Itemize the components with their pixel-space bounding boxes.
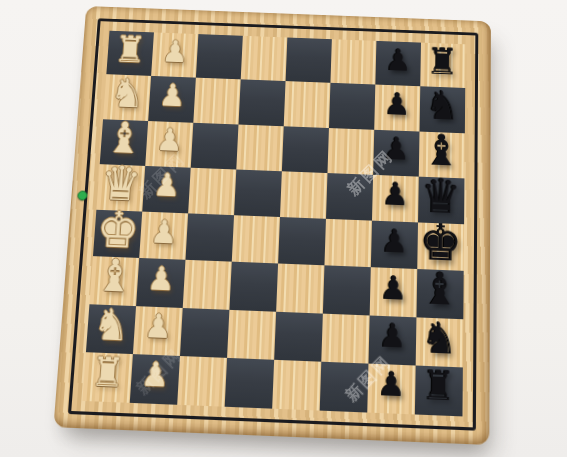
square-g3[interactable] [180, 307, 229, 357]
piece-white-pawn[interactable]: ♟ [140, 358, 170, 393]
piece-white-pawn[interactable]: ♟ [158, 80, 186, 111]
square-d4[interactable] [234, 169, 282, 217]
square-c6[interactable] [327, 128, 374, 175]
piece-white-bishop[interactable]: ♝ [95, 254, 135, 300]
photo-scene: ♜♟♟♜♞♟♟♞♝♟♟♝♛♟♟♛♚♟♟♚♝♟♟♝♞♟♟♞♜♟♟♜ 新图网 新图网… [0, 0, 567, 457]
piece-white-pawn[interactable]: ♟ [147, 262, 176, 296]
square-e3[interactable] [185, 213, 234, 262]
square-b4[interactable] [239, 80, 286, 126]
square-b5[interactable] [284, 81, 331, 127]
piece-black-pawn[interactable]: ♟ [383, 133, 410, 165]
square-a7[interactable]: ♟ [375, 41, 421, 87]
square-f7[interactable]: ♟ [370, 267, 418, 316]
square-c5[interactable] [282, 126, 329, 173]
piece-white-pawn[interactable]: ♟ [143, 309, 172, 343]
square-b3[interactable] [193, 78, 240, 124]
piece-black-pawn[interactable]: ♟ [384, 88, 411, 120]
piece-white-king[interactable]: ♚ [95, 204, 141, 256]
chess-board: ♜♟♟♜♞♟♟♞♝♟♟♝♛♟♟♛♚♟♟♚♝♟♟♝♞♟♟♞♜♟♟♜ [53, 6, 490, 445]
square-h8[interactable]: ♜ [415, 365, 463, 416]
square-a4[interactable] [241, 36, 288, 81]
square-f3[interactable] [183, 260, 232, 309]
piece-white-knight[interactable]: ♞ [109, 73, 146, 114]
square-h1[interactable]: ♜ [82, 352, 133, 403]
square-f8[interactable]: ♝ [416, 269, 463, 318]
piece-white-bishop[interactable]: ♝ [105, 117, 144, 161]
square-h2[interactable]: ♟ [130, 354, 180, 405]
square-h6[interactable] [320, 361, 369, 412]
square-f6[interactable] [323, 266, 371, 315]
square-c2[interactable]: ♟ [145, 121, 193, 168]
piece-black-pawn[interactable]: ♟ [385, 44, 412, 75]
square-a2[interactable]: ♟ [151, 32, 198, 77]
square-h3[interactable] [177, 356, 227, 407]
square-a6[interactable] [330, 39, 376, 85]
square-c7[interactable]: ♟ [373, 129, 419, 176]
piece-black-pawn[interactable]: ♟ [377, 367, 405, 402]
square-g2[interactable]: ♟ [133, 306, 183, 356]
piece-black-rook[interactable]: ♜ [422, 366, 456, 408]
piece-black-pawn[interactable]: ♟ [379, 319, 407, 353]
square-e6[interactable] [324, 219, 372, 268]
square-e2[interactable]: ♟ [139, 212, 188, 260]
square-g5[interactable] [274, 311, 323, 361]
square-e5[interactable] [278, 217, 326, 266]
square-g8[interactable]: ♞ [416, 317, 464, 367]
square-h5[interactable] [272, 360, 321, 411]
square-d7[interactable]: ♟ [372, 175, 419, 223]
board-frame: ♜♟♟♜♞♟♟♞♝♟♟♝♛♟♟♛♚♟♟♚♝♟♟♝♞♟♟♞♜♟♟♜ [53, 6, 490, 445]
piece-black-pawn[interactable]: ♟ [380, 271, 408, 305]
piece-white-pawn[interactable]: ♟ [155, 124, 183, 156]
square-f2[interactable]: ♟ [136, 258, 185, 307]
square-d5[interactable] [280, 171, 327, 219]
piece-white-pawn[interactable]: ♟ [152, 169, 181, 201]
piece-white-knight[interactable]: ♞ [92, 303, 131, 347]
square-d6[interactable] [326, 173, 373, 221]
square-c4[interactable] [236, 124, 283, 171]
square-f1[interactable]: ♝ [89, 256, 139, 305]
square-g7[interactable]: ♟ [368, 315, 416, 365]
piece-black-bishop[interactable]: ♝ [423, 129, 460, 173]
square-f5[interactable] [276, 264, 324, 313]
piece-white-pawn[interactable]: ♟ [161, 36, 189, 67]
piece-white-rook[interactable]: ♜ [90, 352, 126, 394]
square-h4[interactable] [225, 358, 275, 409]
square-g6[interactable] [321, 313, 369, 363]
square-d3[interactable] [188, 167, 236, 215]
square-c3[interactable] [191, 122, 239, 169]
square-a3[interactable] [196, 34, 243, 79]
piece-black-knight[interactable]: ♞ [425, 85, 460, 126]
square-b2[interactable]: ♟ [148, 76, 196, 122]
board-grid: ♜♟♟♜♞♟♟♞♝♟♟♝♛♟♟♛♚♟♟♚♝♟♟♝♞♟♟♞♜♟♟♜ [82, 31, 465, 417]
piece-white-rook[interactable]: ♜ [114, 31, 148, 68]
square-e7[interactable]: ♟ [371, 221, 418, 270]
square-f4[interactable] [229, 262, 278, 311]
piece-black-king[interactable]: ♚ [419, 217, 462, 269]
piece-black-knight[interactable]: ♞ [421, 316, 457, 361]
piece-black-bishop[interactable]: ♝ [421, 267, 459, 313]
piece-black-rook[interactable]: ♜ [427, 43, 459, 80]
square-g1[interactable]: ♞ [86, 304, 136, 354]
square-g4[interactable] [227, 309, 276, 359]
square-h7[interactable]: ♟ [367, 363, 415, 414]
square-e4[interactable] [232, 215, 280, 264]
piece-white-pawn[interactable]: ♟ [150, 215, 179, 248]
square-a5[interactable] [286, 38, 332, 84]
square-b6[interactable] [329, 83, 375, 129]
piece-black-pawn[interactable]: ♟ [382, 178, 409, 211]
square-b7[interactable]: ♟ [374, 85, 420, 131]
piece-black-pawn[interactable]: ♟ [381, 224, 409, 257]
square-d2[interactable]: ♟ [142, 166, 191, 214]
